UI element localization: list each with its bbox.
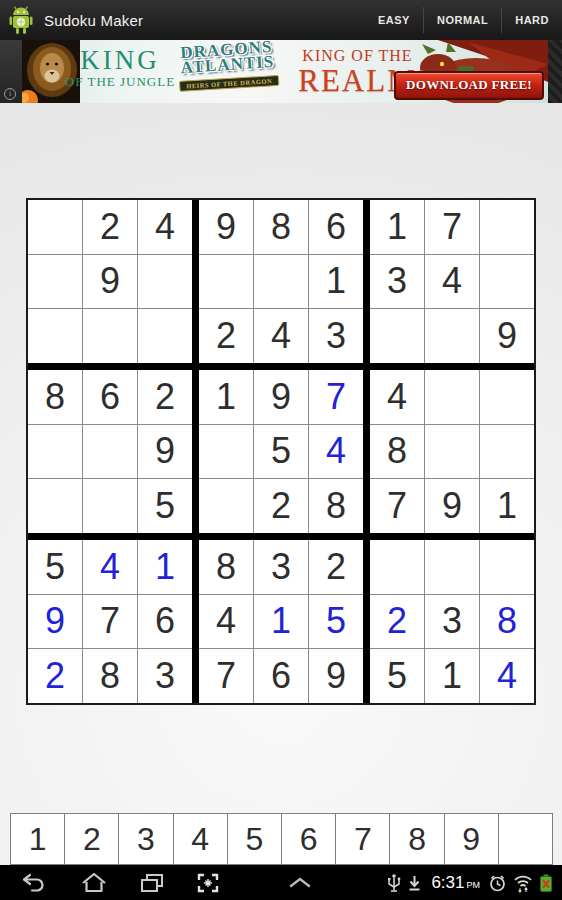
sudoku-box-8: 832415769: [199, 540, 363, 703]
sudoku-cell-r9c1[interactable]: 2: [28, 649, 82, 703]
sudoku-cell-r5c6[interactable]: 4: [309, 425, 363, 479]
sudoku-cell-r5c5[interactable]: 5: [254, 425, 308, 479]
number-picker: 123456789: [10, 813, 553, 865]
sudoku-cell-r2c2[interactable]: 9: [83, 255, 137, 309]
sudoku-cell-r4c9[interactable]: [480, 370, 534, 424]
sudoku-cell-r1c5[interactable]: 8: [254, 200, 308, 254]
sudoku-cell-r3c7[interactable]: [370, 309, 424, 363]
sudoku-cell-r3c1[interactable]: [28, 309, 82, 363]
main-area: 2499861243173498629519754284879154197628…: [0, 103, 562, 865]
sudoku-cell-r2c4[interactable]: [199, 255, 253, 309]
menu-item-normal[interactable]: NORMAL: [424, 0, 501, 40]
sudoku-cell-r2c8[interactable]: 4: [425, 255, 479, 309]
sudoku-cell-r6c7[interactable]: 7: [370, 479, 424, 533]
ad-jungle-line2: OF THE JUNGLE: [60, 75, 180, 88]
sudoku-cell-r1c9[interactable]: [480, 200, 534, 254]
sudoku-cell-r8c7[interactable]: 2: [370, 595, 424, 649]
picker-cell-1[interactable]: 1: [10, 813, 65, 865]
sudoku-cell-r2c7[interactable]: 3: [370, 255, 424, 309]
sudoku-cell-r6c8[interactable]: 9: [425, 479, 479, 533]
sudoku-cell-r6c9[interactable]: 1: [480, 479, 534, 533]
sudoku-cell-r6c3[interactable]: 5: [138, 479, 192, 533]
picker-cell-5[interactable]: 5: [227, 813, 282, 865]
sudoku-cell-r4c8[interactable]: [425, 370, 479, 424]
sudoku-cell-r3c6[interactable]: 3: [309, 309, 363, 363]
sudoku-cell-r4c3[interactable]: 2: [138, 370, 192, 424]
sudoku-cell-r9c9[interactable]: 4: [480, 649, 534, 703]
ad-right-strip: [548, 40, 562, 103]
alarm-icon: [488, 873, 507, 893]
sudoku-cell-r4c1[interactable]: 8: [28, 370, 82, 424]
clock-meridiem: PM: [467, 880, 481, 893]
sudoku-cell-r3c5[interactable]: 4: [254, 309, 308, 363]
sudoku-cell-r5c9[interactable]: [480, 425, 534, 479]
picker-cell-8[interactable]: 8: [389, 813, 444, 865]
sudoku-cell-r7c9[interactable]: [480, 540, 534, 594]
sudoku-cell-r1c7[interactable]: 1: [370, 200, 424, 254]
picker-cell-4[interactable]: 4: [173, 813, 228, 865]
sudoku-cell-r8c6[interactable]: 5: [309, 595, 363, 649]
sudoku-board: 2499861243173498629519754284879154197628…: [26, 198, 536, 705]
sudoku-cell-r9c6[interactable]: 9: [309, 649, 363, 703]
sudoku-cell-r6c6[interactable]: 8: [309, 479, 363, 533]
sudoku-cell-r8c4[interactable]: 4: [199, 595, 253, 649]
sudoku-box-7: 541976283: [28, 540, 192, 703]
sudoku-cell-r1c3[interactable]: 4: [138, 200, 192, 254]
sudoku-cell-r2c5[interactable]: [254, 255, 308, 309]
sudoku-cell-r7c6[interactable]: 2: [309, 540, 363, 594]
sudoku-cell-r7c7[interactable]: [370, 540, 424, 594]
sudoku-box-5: 1975428: [199, 370, 363, 533]
sudoku-cell-r8c8[interactable]: 3: [425, 595, 479, 649]
sudoku-cell-r9c3[interactable]: 3: [138, 649, 192, 703]
sudoku-cell-r9c2[interactable]: 8: [83, 649, 137, 703]
sudoku-cell-r8c2[interactable]: 7: [83, 595, 137, 649]
sudoku-cell-r7c4[interactable]: 8: [199, 540, 253, 594]
picker-cell-2[interactable]: 2: [64, 813, 119, 865]
screen: Sudoku Maker EASY NORMAL HARD i KING OF …: [0, 0, 562, 900]
status-cluster: 6:31 PM: [384, 873, 556, 893]
battery-icon: [539, 873, 553, 893]
download-free-button[interactable]: DOWNLOAD FREE!: [394, 71, 544, 100]
sudoku-cell-r1c6[interactable]: 6: [309, 200, 363, 254]
sudoku-cell-r3c4[interactable]: 2: [199, 309, 253, 363]
system-navbar: 6:31 PM: [0, 865, 562, 900]
chevron-up-icon[interactable]: [282, 872, 318, 894]
sudoku-cell-r2c1[interactable]: [28, 255, 82, 309]
picker-cell-6[interactable]: 6: [281, 813, 336, 865]
picker-cell-erase[interactable]: [498, 813, 553, 865]
clock-time: 6:31: [431, 873, 464, 893]
sudoku-cell-r9c7[interactable]: 5: [370, 649, 424, 703]
sudoku-cell-r6c4[interactable]: [199, 479, 253, 533]
download-icon: [407, 873, 422, 893]
sudoku-cell-r1c1[interactable]: [28, 200, 82, 254]
ad-jungle-line1: KING: [60, 45, 180, 75]
sudoku-cell-r3c8[interactable]: [425, 309, 479, 363]
usb-icon: [387, 873, 401, 893]
sudoku-cell-r4c4[interactable]: 1: [199, 370, 253, 424]
wifi-icon: [513, 873, 533, 893]
info-icon[interactable]: i: [4, 88, 16, 100]
sudoku-cell-r3c2[interactable]: [83, 309, 137, 363]
sudoku-box-2: 9861243: [199, 200, 363, 363]
sudoku-box-3: 17349: [370, 200, 534, 363]
sudoku-cell-r5c4[interactable]: [199, 425, 253, 479]
sudoku-cell-r4c5[interactable]: 9: [254, 370, 308, 424]
sudoku-box-6: 48791: [370, 370, 534, 533]
sudoku-cell-r7c3[interactable]: 1: [138, 540, 192, 594]
ad-dragons-atlantis-logo: DRAGONS ATLANTIS HEIRS OF THE DRAGON: [168, 40, 286, 94]
picker-cell-7[interactable]: 7: [335, 813, 390, 865]
android-robot-icon: [9, 5, 33, 35]
back-icon[interactable]: [16, 872, 52, 894]
sudoku-cell-r5c8[interactable]: [425, 425, 479, 479]
sudoku-cell-r7c1[interactable]: 5: [28, 540, 82, 594]
ad-logo-ribbon: HEIRS OF THE DRAGON: [179, 75, 279, 92]
sudoku-cell-r8c5[interactable]: 1: [254, 595, 308, 649]
ad-king-of-jungle: KING OF THE JUNGLE: [60, 45, 180, 88]
sudoku-cell-r4c7[interactable]: 4: [370, 370, 424, 424]
sudoku-cell-r4c6[interactable]: 7: [309, 370, 363, 424]
sudoku-cell-r9c8[interactable]: 1: [425, 649, 479, 703]
sudoku-cell-r7c8[interactable]: [425, 540, 479, 594]
screenshot-icon[interactable]: [190, 872, 226, 894]
sudoku-box-4: 86295: [28, 370, 192, 533]
sudoku-cell-r8c3[interactable]: 6: [138, 595, 192, 649]
sudoku-cell-r2c9[interactable]: [480, 255, 534, 309]
sudoku-cell-r7c5[interactable]: 3: [254, 540, 308, 594]
sudoku-cell-r5c2[interactable]: [83, 425, 137, 479]
recent-apps-icon[interactable]: [134, 872, 170, 894]
sudoku-cell-r2c3[interactable]: [138, 255, 192, 309]
sudoku-box-9: 238514: [370, 540, 534, 703]
sudoku-cell-r5c3[interactable]: 9: [138, 425, 192, 479]
action-bar: Sudoku Maker EASY NORMAL HARD: [0, 0, 562, 40]
sudoku-cell-r9c5[interactable]: 6: [254, 649, 308, 703]
picker-cell-9[interactable]: 9: [444, 813, 499, 865]
sudoku-cell-r9c4[interactable]: 7: [199, 649, 253, 703]
sudoku-cell-r5c1[interactable]: [28, 425, 82, 479]
sudoku-cell-r3c3[interactable]: [138, 309, 192, 363]
difficulty-menu: EASY NORMAL HARD: [365, 0, 562, 40]
menu-item-hard[interactable]: HARD: [502, 0, 562, 40]
menu-item-easy[interactable]: EASY: [365, 0, 423, 40]
ad-banner[interactable]: i KING OF THE JUNGLE DRAGONS ATLANTIS HE…: [0, 40, 562, 103]
sudoku-cell-r6c2[interactable]: [83, 479, 137, 533]
sudoku-cell-r5c7[interactable]: 8: [370, 425, 424, 479]
sudoku-cell-r4c2[interactable]: 6: [83, 370, 137, 424]
sudoku-cell-r1c2[interactable]: 2: [83, 200, 137, 254]
sudoku-cell-r8c1[interactable]: 9: [28, 595, 82, 649]
sudoku-cell-r7c2[interactable]: 4: [83, 540, 137, 594]
sudoku-cell-r3c9[interactable]: 9: [480, 309, 534, 363]
app-title: Sudoku Maker: [44, 12, 143, 29]
sudoku-cell-r2c6[interactable]: 1: [309, 255, 363, 309]
sudoku-cell-r6c1[interactable]: [28, 479, 82, 533]
sudoku-cell-r8c9[interactable]: 8: [480, 595, 534, 649]
sudoku-box-1: 249: [28, 200, 192, 363]
home-icon[interactable]: [76, 872, 112, 894]
sudoku-cell-r1c4[interactable]: 9: [199, 200, 253, 254]
sudoku-cell-r6c5[interactable]: 2: [254, 479, 308, 533]
sudoku-cell-r1c8[interactable]: 7: [425, 200, 479, 254]
picker-cell-3[interactable]: 3: [118, 813, 173, 865]
